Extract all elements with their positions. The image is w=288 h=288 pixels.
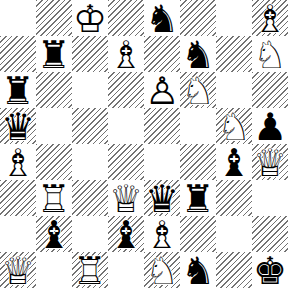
white-bishop-icon: ♗ <box>109 37 143 72</box>
black-rook-icon: ♜ <box>1 73 35 108</box>
square-f3[interactable]: ♜♜ <box>180 180 216 216</box>
square-b4[interactable] <box>36 144 72 180</box>
black-pawn-icon: ♟ <box>253 109 287 144</box>
square-g8[interactable] <box>216 0 252 36</box>
black-rook-icon: ♜ <box>37 37 71 72</box>
square-g4[interactable]: ♝♝ <box>216 144 252 180</box>
square-c6[interactable] <box>72 72 108 108</box>
square-d6[interactable] <box>108 72 144 108</box>
black-bishop-icon: ♝ <box>109 217 143 252</box>
square-g2[interactable] <box>216 216 252 252</box>
square-a1[interactable]: ♛♕ <box>0 252 36 288</box>
square-c3[interactable] <box>72 180 108 216</box>
square-c5[interactable] <box>72 108 108 144</box>
black-rook-icon: ♜ <box>181 181 215 216</box>
chess-board: ♚♔♞♞♝♗♜♜♝♗♞♞♞♘♜♜♟♙♞♘♛♛♞♘♟♟♝♗♝♝♛♕♜♖♛♕♛♛♜♜… <box>0 0 288 288</box>
square-f6[interactable]: ♞♘ <box>180 72 216 108</box>
white-queen-icon: ♕ <box>1 253 35 288</box>
square-f1[interactable]: ♞♞ <box>180 252 216 288</box>
square-a5[interactable]: ♛♛ <box>0 108 36 144</box>
square-b8[interactable] <box>36 0 72 36</box>
square-c8[interactable]: ♚♔ <box>72 0 108 36</box>
square-d3[interactable]: ♛♕ <box>108 180 144 216</box>
square-g3[interactable] <box>216 180 252 216</box>
white-bishop-icon: ♗ <box>1 145 35 180</box>
square-g1[interactable] <box>216 252 252 288</box>
square-h6[interactable] <box>252 72 288 108</box>
white-bishop-icon: ♗ <box>253 1 287 36</box>
square-h8[interactable]: ♝♗ <box>252 0 288 36</box>
square-a4[interactable]: ♝♗ <box>0 144 36 180</box>
square-e3[interactable]: ♛♛ <box>144 180 180 216</box>
white-queen-icon: ♕ <box>253 145 287 180</box>
square-h4[interactable]: ♛♕ <box>252 144 288 180</box>
white-rook-icon: ♖ <box>73 253 107 288</box>
square-b7[interactable]: ♜♜ <box>36 36 72 72</box>
square-g6[interactable] <box>216 72 252 108</box>
square-d7[interactable]: ♝♗ <box>108 36 144 72</box>
square-e4[interactable] <box>144 144 180 180</box>
square-c4[interactable] <box>72 144 108 180</box>
square-g5[interactable]: ♞♘ <box>216 108 252 144</box>
black-knight-icon: ♞ <box>181 37 215 72</box>
white-queen-icon: ♕ <box>109 181 143 216</box>
square-c1[interactable]: ♜♖ <box>72 252 108 288</box>
square-b1[interactable] <box>36 252 72 288</box>
square-b5[interactable] <box>36 108 72 144</box>
square-h5[interactable]: ♟♟ <box>252 108 288 144</box>
black-queen-icon: ♛ <box>1 109 35 144</box>
square-d5[interactable] <box>108 108 144 144</box>
square-h7[interactable]: ♞♘ <box>252 36 288 72</box>
square-d4[interactable] <box>108 144 144 180</box>
white-bishop-icon: ♗ <box>145 217 179 252</box>
square-d8[interactable] <box>108 0 144 36</box>
square-f7[interactable]: ♞♞ <box>180 36 216 72</box>
square-f2[interactable] <box>180 216 216 252</box>
square-b2[interactable]: ♝♝ <box>36 216 72 252</box>
square-f4[interactable] <box>180 144 216 180</box>
white-knight-icon: ♘ <box>253 37 287 72</box>
white-rook-icon: ♖ <box>37 181 71 216</box>
square-a6[interactable]: ♜♜ <box>0 72 36 108</box>
square-b6[interactable] <box>36 72 72 108</box>
white-king-icon: ♔ <box>73 1 107 36</box>
white-knight-icon: ♘ <box>145 253 179 288</box>
square-c7[interactable] <box>72 36 108 72</box>
black-queen-icon: ♛ <box>145 181 179 216</box>
white-knight-icon: ♘ <box>217 109 251 144</box>
square-h1[interactable]: ♚♚ <box>252 252 288 288</box>
square-f5[interactable] <box>180 108 216 144</box>
white-pawn-icon: ♙ <box>145 73 179 108</box>
square-d1[interactable] <box>108 252 144 288</box>
square-g7[interactable] <box>216 36 252 72</box>
square-e7[interactable] <box>144 36 180 72</box>
black-king-icon: ♚ <box>253 253 287 288</box>
square-e8[interactable]: ♞♞ <box>144 0 180 36</box>
black-bishop-icon: ♝ <box>217 145 251 180</box>
square-a3[interactable] <box>0 180 36 216</box>
square-e2[interactable]: ♝♗ <box>144 216 180 252</box>
white-knight-icon: ♘ <box>181 73 215 108</box>
square-e1[interactable]: ♞♘ <box>144 252 180 288</box>
square-e5[interactable] <box>144 108 180 144</box>
square-c2[interactable] <box>72 216 108 252</box>
black-knight-icon: ♞ <box>181 253 215 288</box>
square-a8[interactable] <box>0 0 36 36</box>
square-d2[interactable]: ♝♝ <box>108 216 144 252</box>
square-h3[interactable] <box>252 180 288 216</box>
square-e6[interactable]: ♟♙ <box>144 72 180 108</box>
black-bishop-icon: ♝ <box>37 217 71 252</box>
square-h2[interactable] <box>252 216 288 252</box>
square-a7[interactable] <box>0 36 36 72</box>
square-a2[interactable] <box>0 216 36 252</box>
square-f8[interactable] <box>180 0 216 36</box>
black-knight-icon: ♞ <box>145 1 179 36</box>
square-b3[interactable]: ♜♖ <box>36 180 72 216</box>
